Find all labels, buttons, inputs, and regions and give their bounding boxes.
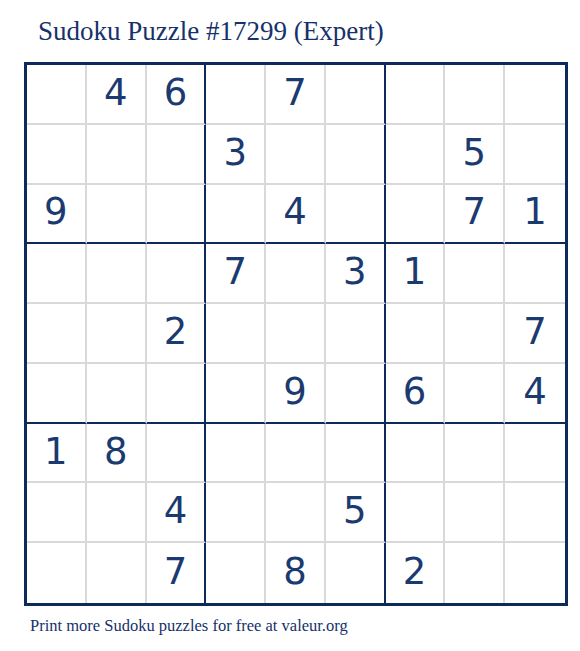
cell-r6c5[interactable]: 9	[266, 364, 326, 424]
cell-r2c2[interactable]	[87, 125, 147, 185]
page: Sudoku Puzzle #17299 (Expert) 4673594717…	[0, 0, 580, 651]
cell-r8c4[interactable]	[206, 483, 266, 543]
cell-r9c7[interactable]: 2	[386, 543, 446, 603]
cell-r8c8[interactable]	[445, 483, 505, 543]
cell-r1c8[interactable]	[445, 65, 505, 125]
cell-r9c3[interactable]: 7	[147, 543, 207, 603]
cell-r6c8[interactable]	[445, 364, 505, 424]
cell-r3c2[interactable]	[87, 185, 147, 245]
cell-r9c6[interactable]	[326, 543, 386, 603]
cell-r5c5[interactable]	[266, 304, 326, 364]
cell-r8c2[interactable]	[87, 483, 147, 543]
cell-r9c1[interactable]	[27, 543, 87, 603]
cell-r8c7[interactable]	[386, 483, 446, 543]
cell-r2c5[interactable]	[266, 125, 326, 185]
cell-r4c7[interactable]: 1	[386, 244, 446, 304]
cell-r2c3[interactable]	[147, 125, 207, 185]
cell-r2c1[interactable]	[27, 125, 87, 185]
cell-r1c1[interactable]	[27, 65, 87, 125]
cell-r9c9[interactable]	[505, 543, 565, 603]
cell-r3c4[interactable]	[206, 185, 266, 245]
cell-r9c8[interactable]	[445, 543, 505, 603]
cell-r6c2[interactable]	[87, 364, 147, 424]
cell-r3c9[interactable]: 1	[505, 185, 565, 245]
cell-r2c7[interactable]	[386, 125, 446, 185]
cell-r9c5[interactable]: 8	[266, 543, 326, 603]
cell-r8c5[interactable]	[266, 483, 326, 543]
cell-r1c5[interactable]: 7	[266, 65, 326, 125]
footer-text: Print more Sudoku puzzles for free at va…	[30, 616, 348, 636]
cell-r6c3[interactable]	[147, 364, 207, 424]
cell-r3c1[interactable]: 9	[27, 185, 87, 245]
cell-r7c5[interactable]	[266, 424, 326, 484]
cell-r5c9[interactable]: 7	[505, 304, 565, 364]
cell-r8c3[interactable]: 4	[147, 483, 207, 543]
cell-r1c7[interactable]	[386, 65, 446, 125]
cell-r6c4[interactable]	[206, 364, 266, 424]
cell-r7c4[interactable]	[206, 424, 266, 484]
cell-r5c3[interactable]: 2	[147, 304, 207, 364]
cell-r6c1[interactable]	[27, 364, 87, 424]
cell-r8c9[interactable]	[505, 483, 565, 543]
cell-r4c3[interactable]	[147, 244, 207, 304]
cell-r2c9[interactable]	[505, 125, 565, 185]
cell-r1c6[interactable]	[326, 65, 386, 125]
cell-r1c4[interactable]	[206, 65, 266, 125]
cell-r9c2[interactable]	[87, 543, 147, 603]
cell-r5c8[interactable]	[445, 304, 505, 364]
cell-r7c6[interactable]	[326, 424, 386, 484]
cell-r5c4[interactable]	[206, 304, 266, 364]
cell-r8c1[interactable]	[27, 483, 87, 543]
cell-r7c9[interactable]	[505, 424, 565, 484]
cell-r7c2[interactable]: 8	[87, 424, 147, 484]
cell-r3c8[interactable]: 7	[445, 185, 505, 245]
cell-r4c9[interactable]	[505, 244, 565, 304]
cell-r4c8[interactable]	[445, 244, 505, 304]
cell-r6c7[interactable]: 6	[386, 364, 446, 424]
sudoku-board: 467359471731279641845782	[24, 62, 568, 606]
cell-r7c7[interactable]	[386, 424, 446, 484]
cell-r7c1[interactable]: 1	[27, 424, 87, 484]
cell-r3c5[interactable]: 4	[266, 185, 326, 245]
cell-r2c4[interactable]: 3	[206, 125, 266, 185]
cell-r3c3[interactable]	[147, 185, 207, 245]
cell-r5c1[interactable]	[27, 304, 87, 364]
cell-r3c7[interactable]	[386, 185, 446, 245]
cell-r4c4[interactable]: 7	[206, 244, 266, 304]
cell-r9c4[interactable]	[206, 543, 266, 603]
cell-r2c6[interactable]	[326, 125, 386, 185]
cell-r7c3[interactable]	[147, 424, 207, 484]
cell-r4c1[interactable]	[27, 244, 87, 304]
cell-r5c6[interactable]	[326, 304, 386, 364]
cell-r7c8[interactable]	[445, 424, 505, 484]
cell-r6c9[interactable]: 4	[505, 364, 565, 424]
cell-r1c3[interactable]: 6	[147, 65, 207, 125]
cell-r8c6[interactable]: 5	[326, 483, 386, 543]
cell-r2c8[interactable]: 5	[445, 125, 505, 185]
cell-r6c6[interactable]	[326, 364, 386, 424]
cell-r4c5[interactable]	[266, 244, 326, 304]
cell-r4c6[interactable]: 3	[326, 244, 386, 304]
puzzle-title: Sudoku Puzzle #17299 (Expert)	[38, 16, 384, 47]
cell-r1c2[interactable]: 4	[87, 65, 147, 125]
cell-r4c2[interactable]	[87, 244, 147, 304]
cell-r3c6[interactable]	[326, 185, 386, 245]
cell-r5c7[interactable]	[386, 304, 446, 364]
cell-r1c9[interactable]	[505, 65, 565, 125]
cell-r5c2[interactable]	[87, 304, 147, 364]
